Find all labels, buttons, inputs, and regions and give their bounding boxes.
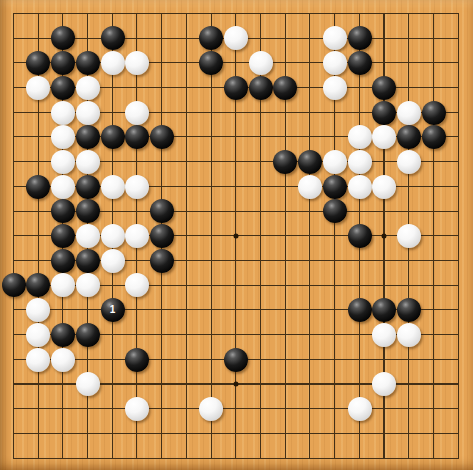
stone-white [26, 348, 50, 372]
stone-white [348, 397, 372, 421]
stone-black [2, 273, 26, 297]
stone-black [348, 26, 372, 50]
stone-white [51, 273, 75, 297]
stone-black [76, 51, 100, 75]
stone-black [323, 199, 347, 223]
stone-black [348, 224, 372, 248]
stone-white [323, 51, 347, 75]
stone-black [76, 125, 100, 149]
stone-white [51, 150, 75, 174]
stone-white [249, 51, 273, 75]
stone-black [249, 76, 273, 100]
stone-white [372, 175, 396, 199]
stone-black [51, 323, 75, 347]
stone-white [348, 125, 372, 149]
stone-black [372, 101, 396, 125]
stone-white [76, 273, 100, 297]
stone-black [76, 323, 100, 347]
star-point [234, 382, 239, 387]
stone-black [273, 150, 297, 174]
stone-black [150, 249, 174, 273]
stone-black [199, 51, 223, 75]
stone-white [101, 51, 125, 75]
stone-black [51, 199, 75, 223]
stone-white [397, 101, 421, 125]
stone-white [199, 397, 223, 421]
stone-white [76, 372, 100, 396]
move-number-label: 1 [110, 305, 116, 315]
stone-white [348, 150, 372, 174]
stone-white [372, 323, 396, 347]
stone-black [101, 26, 125, 50]
stone-white [397, 323, 421, 347]
stone-white [125, 175, 149, 199]
go-board: 1 [0, 0, 473, 470]
stone-black [273, 76, 297, 100]
stone-white [76, 101, 100, 125]
stone-white [125, 101, 149, 125]
stone-black [76, 199, 100, 223]
stone-black [372, 76, 396, 100]
stone-black [150, 224, 174, 248]
stone-black [372, 298, 396, 322]
stone-white [348, 175, 372, 199]
stone-black [224, 76, 248, 100]
stone-white [224, 26, 248, 50]
stone-black [298, 150, 322, 174]
stone-black [422, 125, 446, 149]
stone-black [125, 125, 149, 149]
stone-white [397, 224, 421, 248]
stone-white [372, 125, 396, 149]
stone-white [26, 76, 50, 100]
stone-black [101, 125, 125, 149]
star-point [234, 234, 239, 239]
stone-white [76, 76, 100, 100]
stone-black: 1 [101, 298, 125, 322]
stone-white [76, 150, 100, 174]
stone-white [51, 348, 75, 372]
stone-white [125, 397, 149, 421]
stone-white [323, 76, 347, 100]
stone-black [348, 51, 372, 75]
stone-black [422, 101, 446, 125]
stone-white [101, 175, 125, 199]
stone-white [51, 125, 75, 149]
stone-black [397, 125, 421, 149]
stone-white [125, 51, 149, 75]
stone-black [199, 26, 223, 50]
stone-black [26, 51, 50, 75]
stone-white [101, 224, 125, 248]
stone-black [26, 273, 50, 297]
stone-black [51, 26, 75, 50]
star-point [382, 234, 387, 239]
stone-white [26, 323, 50, 347]
stone-white [397, 150, 421, 174]
stone-black [51, 224, 75, 248]
stone-black [26, 175, 50, 199]
stone-black [51, 76, 75, 100]
stone-white [76, 224, 100, 248]
stone-white [372, 372, 396, 396]
stone-white [298, 175, 322, 199]
stone-black [76, 249, 100, 273]
stone-white [323, 150, 347, 174]
stone-black [348, 298, 372, 322]
stone-black [51, 51, 75, 75]
stone-black [323, 175, 347, 199]
stone-black [150, 199, 174, 223]
stone-black [125, 348, 149, 372]
stone-black [76, 175, 100, 199]
stone-white [51, 101, 75, 125]
stone-white [101, 249, 125, 273]
stone-white [26, 298, 50, 322]
stone-white [323, 26, 347, 50]
stone-white [125, 224, 149, 248]
stone-black [51, 249, 75, 273]
stone-black [150, 125, 174, 149]
stone-black [397, 298, 421, 322]
stone-white [51, 175, 75, 199]
stone-black [224, 348, 248, 372]
stone-white [125, 273, 149, 297]
